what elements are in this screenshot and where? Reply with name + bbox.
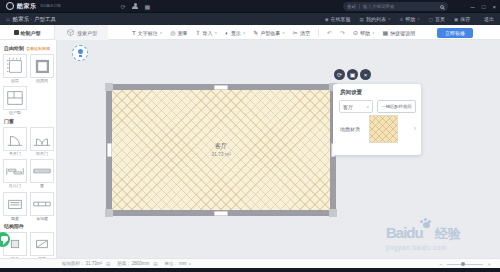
tool-draw-wall[interactable]: 画墙 xyxy=(3,54,27,83)
delete-room-button[interactable]: × xyxy=(360,69,371,80)
chevron-down-icon: ∨ xyxy=(366,105,369,109)
single-door-icon xyxy=(5,129,25,149)
wall-corner-handle[interactable] xyxy=(329,209,337,217)
chevron-down-icon: ∨ xyxy=(188,262,191,266)
app-window: 酷家乐 KUJIALE.COM ⟳ 全站 输入关键词搜索 ▦ ─ □ × ⌂ 酷… xyxy=(0,0,500,272)
window-icon xyxy=(32,161,52,181)
rotate-room-button[interactable]: ⟳ xyxy=(334,69,345,80)
page-icon: ▢ xyxy=(429,17,433,22)
item-french-window[interactable]: 落地窗 xyxy=(30,192,54,221)
cube-icon xyxy=(66,28,75,37)
home-label: 酷家乐 · 户型工具 xyxy=(13,16,56,23)
room-floor[interactable]: 客厅 31.73 m² xyxy=(112,90,330,210)
item-double-door[interactable]: 双开门 xyxy=(30,127,54,156)
chevron-down-icon: ∨ xyxy=(215,31,218,35)
tool-shortcuts[interactable]: ▦ 快捷键说明 xyxy=(383,30,416,36)
redo-icon[interactable]: ↷ xyxy=(340,29,345,36)
wall-draw-icon xyxy=(5,56,25,76)
help-icon: ⊙ xyxy=(353,30,358,36)
draw-video-link[interactable]: 查看绘制视频 xyxy=(26,46,50,51)
titlebar: 酷家乐 KUJIALE.COM ⟳ 全站 输入关键词搜索 ▦ ─ □ × xyxy=(0,0,500,13)
text-icon: T xyxy=(132,30,136,36)
search-input[interactable]: 全站 输入关键词搜索 xyxy=(343,2,448,11)
measure-icon: ◎ xyxy=(170,30,175,36)
copy-room-button[interactable]: ▣ xyxy=(347,69,358,80)
structure-grid: 柱子 烟道 xyxy=(3,232,56,258)
tool-draw-floorplan[interactable]: 画户型 xyxy=(3,86,27,115)
menu-item-my-list[interactable]: ▤ 我的列表 ∨ xyxy=(360,16,391,22)
list-icon: ▤ xyxy=(360,17,364,22)
tool-clear[interactable]: ✂ 清空 xyxy=(293,30,310,36)
section-structure: 结构部件 xyxy=(4,223,56,229)
chevron-down-icon: ∨ xyxy=(388,17,391,21)
match-template-button[interactable]: 一键匹配样板间 xyxy=(377,100,416,113)
hint-lightbulb-button[interactable] xyxy=(72,45,88,61)
floor-material-label: 地面材质 xyxy=(340,126,360,132)
wall-edge-handle[interactable] xyxy=(214,211,228,216)
draw-tab-icon xyxy=(14,30,19,35)
double-door-icon xyxy=(32,129,52,149)
close-button[interactable]: × xyxy=(492,4,496,10)
section-free-draw: 自由绘制 查看绘制视频 xyxy=(4,45,56,51)
chevron-down-icon: ∨ xyxy=(160,31,163,35)
menubar-actions: ◉ 在线客服 ▤ 我的列表 ∨ ⊙ 帮助 ∨ ▢ 首页 ▣ 保存 ◌ xyxy=(325,13,494,25)
display-icon: ◐ xyxy=(225,30,229,36)
menu-item-help[interactable]: ⊙ 帮助 ∨ xyxy=(399,16,419,22)
user-avatar-icon[interactable] xyxy=(132,3,139,10)
room-area-label: 31.73 m² xyxy=(211,151,231,157)
zoom-in-button[interactable]: ＋ xyxy=(487,261,493,268)
sidebar-tabs: 绘制户型 搜索户型 xyxy=(0,25,108,40)
menubar: ⌂ 酷家乐 · 户型工具 ◉ 在线客服 ▤ 我的列表 ∨ ⊙ 帮助 ∨ ▢ 首页 xyxy=(0,13,500,25)
save-icon: ▣ xyxy=(454,17,458,22)
status-ceiling-height: 层高： 2800mm ⊞ xyxy=(117,261,157,267)
power-icon: ◌ xyxy=(479,17,482,22)
tool-measure[interactable]: ◎ 测量 xyxy=(170,30,187,36)
status-drawn-area: 绘制面积： 31.73m² ⊞ xyxy=(62,261,110,267)
tool-text-annotation[interactable]: T 文字标注 ∨ xyxy=(132,30,162,36)
item-window[interactable]: 窗 xyxy=(30,159,54,188)
bay-window-icon xyxy=(5,194,25,214)
item-bay-window[interactable]: 飘窗 xyxy=(3,192,27,221)
maximize-button[interactable]: □ xyxy=(482,4,486,10)
free-draw-grid: 画墙 画房间 画户型 xyxy=(3,54,56,116)
tool-draw-room[interactable]: 画房间 xyxy=(30,54,54,83)
brand-logo: 酷家乐 KUJIALE.COM xyxy=(6,2,61,11)
support-icon: ◉ xyxy=(325,17,329,22)
menu-item-home[interactable]: ▢ 首页 xyxy=(429,16,445,22)
zoom-slider[interactable] xyxy=(447,264,483,265)
section-doors-windows: 门窗 xyxy=(4,118,56,124)
brand-name: 酷家乐 xyxy=(17,2,37,11)
item-sliding-door[interactable]: 推拉门 xyxy=(3,159,27,188)
tab-draw-floorplan[interactable]: 绘制户型 xyxy=(0,25,54,40)
floor-material-swatch[interactable] xyxy=(369,115,398,143)
chevron-down-icon: ∨ xyxy=(282,31,285,35)
sliding-door-icon xyxy=(5,161,25,181)
menu-item-support[interactable]: ◉ 在线客服 xyxy=(325,16,351,22)
menu-item-exit[interactable]: ◌ 退出 xyxy=(479,16,494,22)
chevron-down-icon: ∨ xyxy=(372,31,375,35)
pencil-icon: ✎ xyxy=(253,30,258,36)
room-draw-icon xyxy=(32,56,52,76)
toolbar-separator xyxy=(318,29,319,37)
apps-grid-icon[interactable]: ▦ xyxy=(145,3,151,10)
wall-corner-handle[interactable] xyxy=(105,209,113,217)
import-icon: ⇧ xyxy=(195,30,200,36)
clear-icon: ✂ xyxy=(293,30,298,36)
start-decorate-button[interactable]: 立即装修 xyxy=(437,28,473,38)
help-icon: ⊙ xyxy=(399,17,403,22)
material-arrow-icon[interactable]: › xyxy=(414,125,416,132)
statusbar: 绘制面积： 31.73m² ⊞ 层高： 2800mm ⊞ 单位： mm ∨ − … xyxy=(0,258,500,268)
sidebar: 自由绘制 查看绘制视频 画墙 画房间 画户型 门窗 xyxy=(0,40,57,258)
status-unit-select[interactable]: 单位： mm ∨ xyxy=(164,261,191,266)
room-type-select[interactable]: 客厅 ∨ xyxy=(339,100,373,113)
minimize-button[interactable]: ─ xyxy=(471,4,475,10)
tool-import[interactable]: ⇧ 导入 ∨ xyxy=(195,30,217,36)
window-controls: ─ □ × xyxy=(471,0,496,13)
room-walls[interactable]: 客厅 31.73 m² xyxy=(106,84,336,216)
flue-icon xyxy=(32,234,52,254)
chevron-down-icon: ∨ xyxy=(417,17,420,21)
search-icon[interactable] xyxy=(440,5,444,9)
panel-title: 房间设置 xyxy=(340,89,362,96)
french-window-icon xyxy=(32,194,52,214)
floorplan-draw-icon xyxy=(5,88,25,108)
undo-icon[interactable]: ↶ xyxy=(327,29,332,36)
toolbar: 绘制户型 搜索户型 T 文字标注 ∨ ◎ 测量 ⇧ 导入 ∨ xyxy=(0,25,500,40)
tool-trace-floorplan[interactable]: ✎ 户型临摹 ∨ xyxy=(253,30,285,36)
toolbar-items: T 文字标注 ∨ ◎ 测量 ⇧ 导入 ∨ ◐ 显示 ∨ ✎ 户型临摹 ∨ xyxy=(132,25,415,40)
item-single-door[interactable]: 单开门 xyxy=(3,127,27,156)
wall-edge-handle[interactable] xyxy=(214,85,228,90)
kujiale-logo-icon xyxy=(6,2,14,10)
edit-icon[interactable]: ⊞ xyxy=(153,261,157,267)
refresh-icon[interactable]: ⟳ xyxy=(121,3,126,10)
home-breadcrumb[interactable]: ⌂ 酷家乐 · 户型工具 xyxy=(6,16,56,23)
room-settings-panel: 房间设置 客厅 ∨ 一键匹配样板间 地面材质 › xyxy=(333,84,421,155)
menu-item-save[interactable]: ▣ 保存 xyxy=(454,16,470,22)
brand-subtitle: KUJIALE.COM xyxy=(41,4,61,8)
bottom-edge-strip xyxy=(0,268,500,272)
zoom-slider-knob[interactable] xyxy=(461,262,465,266)
item-flue[interactable]: 烟道 xyxy=(30,232,54,258)
keyboard-icon: ▦ xyxy=(383,30,389,36)
statusbar-items: 绘制面积： 31.73m² ⊞ 层高： 2800mm ⊞ 单位： mm ∨ xyxy=(62,261,191,267)
tool-display[interactable]: ◐ 显示 ∨ xyxy=(225,30,245,36)
search-scope-select[interactable]: 全站 xyxy=(347,4,356,9)
wall-edge-handle[interactable] xyxy=(107,143,112,157)
search-divider xyxy=(359,4,360,9)
chevron-down-icon: ∨ xyxy=(243,31,246,35)
tool-help[interactable]: ⊙ 帮助 ∨ xyxy=(353,30,375,36)
tab-search-floorplan[interactable]: 搜索户型 xyxy=(54,25,108,40)
zoom-out-button[interactable]: − xyxy=(439,261,442,267)
doors-windows-grid: 单开门 双开门 推拉门 窗 飘窗 xyxy=(3,127,56,221)
search-placeholder: 输入关键词搜索 xyxy=(363,4,437,9)
edit-icon[interactable]: ⊞ xyxy=(106,261,110,267)
room-name-label: 客厅 xyxy=(215,143,227,150)
home-icon: ⌂ xyxy=(6,16,10,22)
